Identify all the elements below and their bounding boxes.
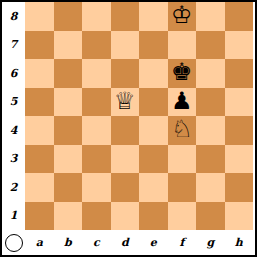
white-king-icon[interactable]: ♔ bbox=[171, 3, 193, 27]
square-e6[interactable] bbox=[139, 59, 168, 88]
rank-label-3: 3 bbox=[2, 145, 25, 174]
chess-diagram: 87654321 ♔♚♕♟♘ abcdefgh bbox=[0, 0, 257, 257]
file-label-b: b bbox=[54, 230, 83, 255]
square-b7[interactable] bbox=[54, 31, 83, 60]
white-queen-icon[interactable]: ♕ bbox=[114, 89, 136, 113]
square-d3[interactable] bbox=[111, 145, 140, 174]
square-f1[interactable] bbox=[168, 202, 197, 231]
square-c1[interactable] bbox=[82, 202, 111, 231]
square-d4[interactable] bbox=[111, 116, 140, 145]
square-h1[interactable] bbox=[225, 202, 254, 231]
square-b4[interactable] bbox=[54, 116, 83, 145]
square-d2[interactable] bbox=[111, 173, 140, 202]
square-a1[interactable] bbox=[25, 202, 54, 231]
square-a7[interactable] bbox=[25, 31, 54, 60]
square-g2[interactable] bbox=[196, 173, 225, 202]
file-label-d: d bbox=[111, 230, 140, 255]
square-c8[interactable] bbox=[82, 2, 111, 31]
square-e1[interactable] bbox=[139, 202, 168, 231]
square-a5[interactable] bbox=[25, 88, 54, 117]
square-g5[interactable] bbox=[196, 88, 225, 117]
board-area: 87654321 ♔♚♕♟♘ bbox=[2, 2, 255, 230]
rank-label-5: 5 bbox=[2, 88, 25, 117]
square-e3[interactable] bbox=[139, 145, 168, 174]
square-b2[interactable] bbox=[54, 173, 83, 202]
square-g6[interactable] bbox=[196, 59, 225, 88]
square-d5[interactable]: ♕ bbox=[111, 88, 140, 117]
square-c6[interactable] bbox=[82, 59, 111, 88]
square-d7[interactable] bbox=[111, 31, 140, 60]
square-g3[interactable] bbox=[196, 145, 225, 174]
bottom-bar: abcdefgh bbox=[2, 230, 255, 255]
square-c2[interactable] bbox=[82, 173, 111, 202]
square-c7[interactable] bbox=[82, 31, 111, 60]
file-label-h: h bbox=[225, 230, 254, 255]
file-label-a: a bbox=[25, 230, 54, 255]
square-b6[interactable] bbox=[54, 59, 83, 88]
square-g7[interactable] bbox=[196, 31, 225, 60]
white-to-move-icon bbox=[5, 234, 23, 252]
square-b5[interactable] bbox=[54, 88, 83, 117]
square-h2[interactable] bbox=[225, 173, 254, 202]
square-g4[interactable] bbox=[196, 116, 225, 145]
square-f4[interactable]: ♘ bbox=[168, 116, 197, 145]
square-h4[interactable] bbox=[225, 116, 254, 145]
square-h6[interactable] bbox=[225, 59, 254, 88]
square-f8[interactable]: ♔ bbox=[168, 2, 197, 31]
file-label-g: g bbox=[196, 230, 225, 255]
square-b8[interactable] bbox=[54, 2, 83, 31]
rank-label-8: 8 bbox=[2, 2, 25, 31]
rank-label-2: 2 bbox=[2, 173, 25, 202]
turn-indicator-cell bbox=[2, 230, 25, 255]
square-a3[interactable] bbox=[25, 145, 54, 174]
chess-board: ♔♚♕♟♘ bbox=[25, 2, 253, 230]
square-f3[interactable] bbox=[168, 145, 197, 174]
square-c3[interactable] bbox=[82, 145, 111, 174]
rank-label-1: 1 bbox=[2, 202, 25, 231]
square-h3[interactable] bbox=[225, 145, 254, 174]
square-b3[interactable] bbox=[54, 145, 83, 174]
square-a8[interactable] bbox=[25, 2, 54, 31]
square-g1[interactable] bbox=[196, 202, 225, 231]
square-d1[interactable] bbox=[111, 202, 140, 231]
rank-labels: 87654321 bbox=[2, 2, 25, 230]
square-e8[interactable] bbox=[139, 2, 168, 31]
rank-label-4: 4 bbox=[2, 116, 25, 145]
black-king-icon[interactable]: ♚ bbox=[171, 60, 193, 84]
square-h5[interactable] bbox=[225, 88, 254, 117]
square-f5[interactable]: ♟ bbox=[168, 88, 197, 117]
square-d6[interactable] bbox=[111, 59, 140, 88]
square-h7[interactable] bbox=[225, 31, 254, 60]
file-label-f: f bbox=[168, 230, 197, 255]
rank-label-6: 6 bbox=[2, 59, 25, 88]
square-e5[interactable] bbox=[139, 88, 168, 117]
square-e2[interactable] bbox=[139, 173, 168, 202]
square-g8[interactable] bbox=[196, 2, 225, 31]
square-c5[interactable] bbox=[82, 88, 111, 117]
square-b1[interactable] bbox=[54, 202, 83, 231]
square-a4[interactable] bbox=[25, 116, 54, 145]
square-a6[interactable] bbox=[25, 59, 54, 88]
file-labels: abcdefgh bbox=[25, 230, 253, 255]
square-f2[interactable] bbox=[168, 173, 197, 202]
square-f7[interactable] bbox=[168, 31, 197, 60]
rank-label-7: 7 bbox=[2, 31, 25, 60]
file-label-c: c bbox=[82, 230, 111, 255]
white-knight-icon[interactable]: ♘ bbox=[171, 117, 193, 141]
black-pawn-icon[interactable]: ♟ bbox=[171, 89, 193, 113]
file-label-e: e bbox=[139, 230, 168, 255]
square-a2[interactable] bbox=[25, 173, 54, 202]
square-h8[interactable] bbox=[225, 2, 254, 31]
square-e7[interactable] bbox=[139, 31, 168, 60]
square-d8[interactable] bbox=[111, 2, 140, 31]
square-e4[interactable] bbox=[139, 116, 168, 145]
square-c4[interactable] bbox=[82, 116, 111, 145]
square-f6[interactable]: ♚ bbox=[168, 59, 197, 88]
